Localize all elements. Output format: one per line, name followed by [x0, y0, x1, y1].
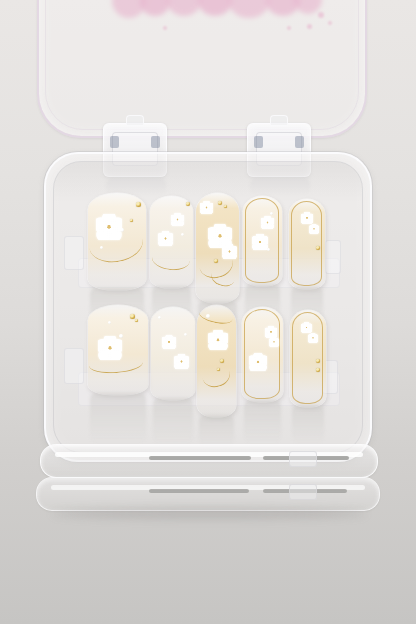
nail-grid — [0, 0, 416, 624]
lip-segment — [149, 456, 251, 460]
flower-decoration — [174, 354, 189, 369]
flower-decoration — [269, 337, 279, 347]
flower-decoration — [261, 216, 274, 229]
bead-decoration — [136, 202, 141, 207]
flower-decoration — [249, 353, 267, 371]
bead-decoration — [316, 359, 320, 363]
nail-reflection — [90, 393, 146, 445]
bead-decoration — [130, 314, 135, 319]
pearl-decoration — [158, 316, 161, 319]
nail-r2c2 — [151, 307, 195, 400]
pearl-decoration — [120, 228, 124, 232]
nail-r2c3 — [197, 305, 236, 417]
bead-decoration — [218, 201, 222, 205]
arc-decoration — [199, 360, 233, 391]
arc-decoration — [197, 306, 233, 327]
nail-r2c1 — [88, 305, 148, 395]
flower-decoration — [265, 326, 277, 338]
flower-decoration — [208, 330, 228, 350]
pearl-decoration — [108, 321, 111, 324]
flower-decoration — [301, 212, 313, 224]
nail-r1c3 — [196, 193, 239, 303]
bead-decoration — [130, 219, 133, 222]
pearl-decoration — [206, 314, 210, 318]
nail-r1c1 — [88, 193, 146, 290]
photo-scene — [0, 0, 416, 624]
pearl-decoration — [119, 334, 123, 338]
case-shadow — [52, 508, 366, 519]
flower-decoration — [96, 214, 122, 240]
bead-decoration — [135, 319, 138, 322]
nail-reflection — [292, 405, 324, 445]
lip-segment — [149, 489, 249, 493]
case-front-lip-lower — [36, 477, 380, 511]
nail-r1c5 — [289, 199, 325, 289]
bead-decoration — [186, 202, 190, 206]
flower-decoration — [200, 201, 213, 214]
flower-decoration — [309, 224, 319, 234]
flower-decoration — [301, 322, 312, 333]
nail-reflection — [244, 400, 281, 446]
flower-decoration — [162, 335, 176, 349]
lip-notch — [289, 451, 317, 467]
bead-decoration — [224, 205, 227, 208]
case-front-lip — [40, 444, 378, 478]
flower-decoration — [171, 213, 184, 226]
lip-notch — [289, 484, 317, 500]
flower-decoration — [308, 333, 318, 343]
arc-decoration — [151, 246, 191, 272]
flower-decoration — [158, 231, 173, 246]
flower-decoration — [252, 234, 268, 250]
nail-reflection — [153, 398, 193, 446]
pearl-decoration — [181, 233, 184, 236]
nail-r1c2 — [150, 196, 193, 288]
nail-r2c5 — [290, 310, 326, 407]
nail-r2c4 — [242, 307, 283, 402]
pearl-decoration — [184, 333, 187, 336]
nail-r1c4 — [243, 196, 282, 286]
